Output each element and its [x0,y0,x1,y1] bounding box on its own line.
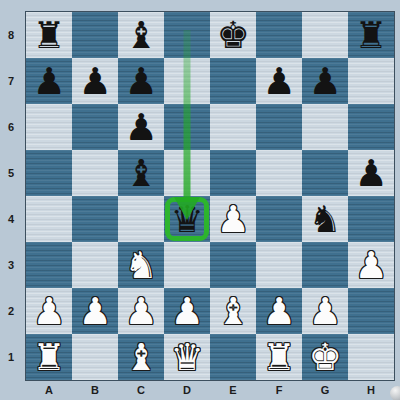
square-b8[interactable] [72,12,118,58]
square-d6[interactable] [164,104,210,150]
square-g7[interactable]: ♟ [302,58,348,104]
file-label-d: D [164,381,210,399]
piece-black-pawn: ♟ [124,63,157,100]
piece-white-pawn: ♟ [170,293,203,330]
file-label-f: F [256,381,302,399]
file-label-h: H [348,381,394,399]
square-h1[interactable] [348,334,394,380]
square-b7[interactable]: ♟ [72,58,118,104]
square-a2[interactable]: ♟ [26,288,72,334]
piece-black-king: ♚ [216,17,249,54]
piece-black-rook: ♜ [354,17,387,54]
square-c6[interactable]: ♟ [118,104,164,150]
square-e2[interactable]: ♝ [210,288,256,334]
square-f1[interactable]: ♜ [256,334,302,380]
square-g8[interactable] [302,12,348,58]
piece-white-king: ♚ [308,339,341,376]
square-d3[interactable] [164,242,210,288]
piece-black-pawn: ♟ [308,63,341,100]
square-f8[interactable] [256,12,302,58]
square-b2[interactable]: ♟ [72,288,118,334]
rank-label-1: 1 [0,334,22,380]
rank-label-4: 4 [0,196,22,242]
square-c7[interactable]: ♟ [118,58,164,104]
square-f6[interactable] [256,104,302,150]
piece-white-bishop: ♝ [124,339,157,376]
square-g3[interactable] [302,242,348,288]
square-b6[interactable] [72,104,118,150]
square-d2[interactable]: ♟ [164,288,210,334]
square-a4[interactable] [26,196,72,242]
rank-label-5: 5 [0,150,22,196]
square-e7[interactable] [210,58,256,104]
square-a5[interactable] [26,150,72,196]
piece-white-queen: ♛ [170,339,203,376]
piece-white-pawn: ♟ [216,201,249,238]
rank-label-6: 6 [0,104,22,150]
rank-label-3: 3 [0,242,22,288]
piece-white-rook: ♜ [32,339,65,376]
square-g5[interactable] [302,150,348,196]
square-h3[interactable]: ♟ [348,242,394,288]
square-c5[interactable]: ♝ [118,150,164,196]
square-b1[interactable] [72,334,118,380]
chessboard-panel: ♜♝♚♜♟♟♟♟♟♟♝♟♛♟♞♞♟♟♟♟♟♝♟♟♜♝♛♜♚ 87654321AB… [0,0,400,400]
rank-label-2: 2 [0,288,22,334]
file-label-b: B [72,381,118,399]
square-c3[interactable]: ♞ [118,242,164,288]
square-h4[interactable] [348,196,394,242]
piece-black-rook: ♜ [32,17,65,54]
chess-board: ♜♝♚♜♟♟♟♟♟♟♝♟♛♟♞♞♟♟♟♟♟♝♟♟♜♝♛♜♚ [25,11,395,381]
rank-label-7: 7 [0,58,22,104]
square-d4[interactable]: ♛ [164,196,210,242]
square-a6[interactable] [26,104,72,150]
piece-black-pawn: ♟ [354,155,387,192]
piece-black-pawn: ♟ [78,63,111,100]
square-e6[interactable] [210,104,256,150]
square-h8[interactable]: ♜ [348,12,394,58]
piece-black-bishop: ♝ [124,155,157,192]
square-a8[interactable]: ♜ [26,12,72,58]
piece-black-bishop: ♝ [124,17,157,54]
square-f5[interactable] [256,150,302,196]
corner-bead-decoration [390,386,400,400]
piece-black-pawn: ♟ [32,63,65,100]
square-f4[interactable] [256,196,302,242]
square-a7[interactable]: ♟ [26,58,72,104]
square-g4[interactable]: ♞ [302,196,348,242]
square-f3[interactable] [256,242,302,288]
square-h7[interactable] [348,58,394,104]
piece-white-pawn: ♟ [262,293,295,330]
square-c8[interactable]: ♝ [118,12,164,58]
piece-white-pawn: ♟ [32,293,65,330]
file-label-e: E [210,381,256,399]
square-c4[interactable] [118,196,164,242]
square-f7[interactable]: ♟ [256,58,302,104]
square-f2[interactable]: ♟ [256,288,302,334]
square-h6[interactable] [348,104,394,150]
square-b5[interactable] [72,150,118,196]
square-d1[interactable]: ♛ [164,334,210,380]
square-d8[interactable] [164,12,210,58]
square-b3[interactable] [72,242,118,288]
square-h2[interactable] [348,288,394,334]
square-g1[interactable]: ♚ [302,334,348,380]
square-d5[interactable] [164,150,210,196]
square-e5[interactable] [210,150,256,196]
piece-black-pawn: ♟ [124,109,157,146]
piece-white-pawn: ♟ [354,247,387,284]
piece-white-knight: ♞ [124,247,157,284]
square-a1[interactable]: ♜ [26,334,72,380]
square-c1[interactable]: ♝ [118,334,164,380]
rank-label-8: 8 [0,12,22,58]
square-e8[interactable]: ♚ [210,12,256,58]
piece-black-pawn: ♟ [262,63,295,100]
square-c2[interactable]: ♟ [118,288,164,334]
square-g2[interactable]: ♟ [302,288,348,334]
piece-white-pawn: ♟ [308,293,341,330]
piece-white-pawn: ♟ [124,293,157,330]
piece-black-knight: ♞ [308,201,341,238]
square-g6[interactable] [302,104,348,150]
piece-white-pawn: ♟ [78,293,111,330]
piece-white-rook: ♜ [262,339,295,376]
square-b4[interactable] [72,196,118,242]
file-label-g: G [302,381,348,399]
square-e3[interactable] [210,242,256,288]
file-label-c: C [118,381,164,399]
square-e4[interactable]: ♟ [210,196,256,242]
square-h5[interactable]: ♟ [348,150,394,196]
piece-white-bishop: ♝ [216,293,249,330]
square-a3[interactable] [26,242,72,288]
file-label-a: A [26,381,72,399]
piece-black-queen: ♛ [170,201,203,238]
square-d7[interactable] [164,58,210,104]
square-e1[interactable] [210,334,256,380]
